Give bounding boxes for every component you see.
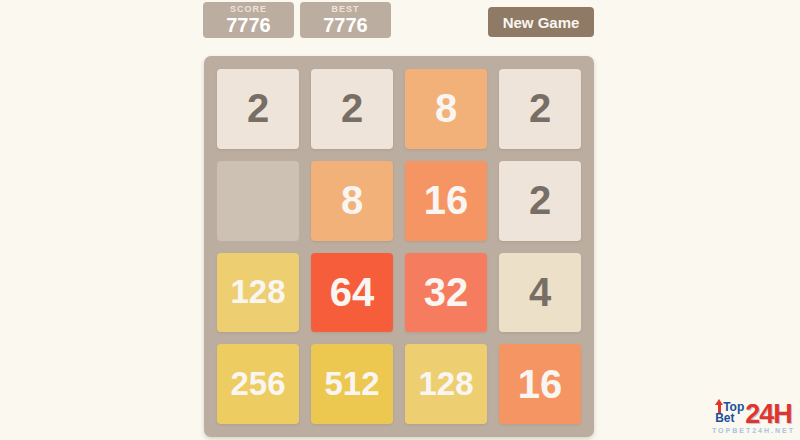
tile-64: 64 — [311, 253, 393, 333]
tile-2: 2 — [311, 69, 393, 149]
brand-24h-text: 24H — [745, 403, 792, 425]
tile-256: 256 — [217, 344, 299, 424]
tile-8: 8 — [311, 161, 393, 241]
tile-2: 2 — [217, 69, 299, 149]
up-arrow-icon — [715, 399, 723, 413]
best-box: BEST 7776 — [300, 2, 391, 38]
tile-16: 16 — [405, 161, 487, 241]
tile-128: 128 — [217, 253, 299, 333]
tile-128: 128 — [405, 344, 487, 424]
score-panel: SCORE 7776 BEST 7776 — [203, 2, 391, 38]
tile-8: 8 — [405, 69, 487, 149]
tile-2: 2 — [499, 69, 581, 149]
tile-32: 32 — [405, 253, 487, 333]
tile-2: 2 — [499, 161, 581, 241]
tile-512: 512 — [311, 344, 393, 424]
tile-4: 4 — [499, 253, 581, 333]
brand-bet-text: Bet — [715, 413, 734, 424]
brand-subtitle: TOPBET24H.NET — [712, 427, 795, 434]
best-value: 7776 — [323, 15, 368, 36]
watermark-logo: Top Bet 24H TOPBET24H.NET — [712, 399, 795, 434]
new-game-button[interactable]: New Game — [488, 7, 594, 37]
score-box: SCORE 7776 — [203, 2, 294, 38]
empty-cell — [217, 161, 299, 241]
tile-16: 16 — [499, 344, 581, 424]
score-value: 7776 — [226, 15, 271, 36]
board-grid: 228281621286432425651212816 — [204, 56, 594, 437]
